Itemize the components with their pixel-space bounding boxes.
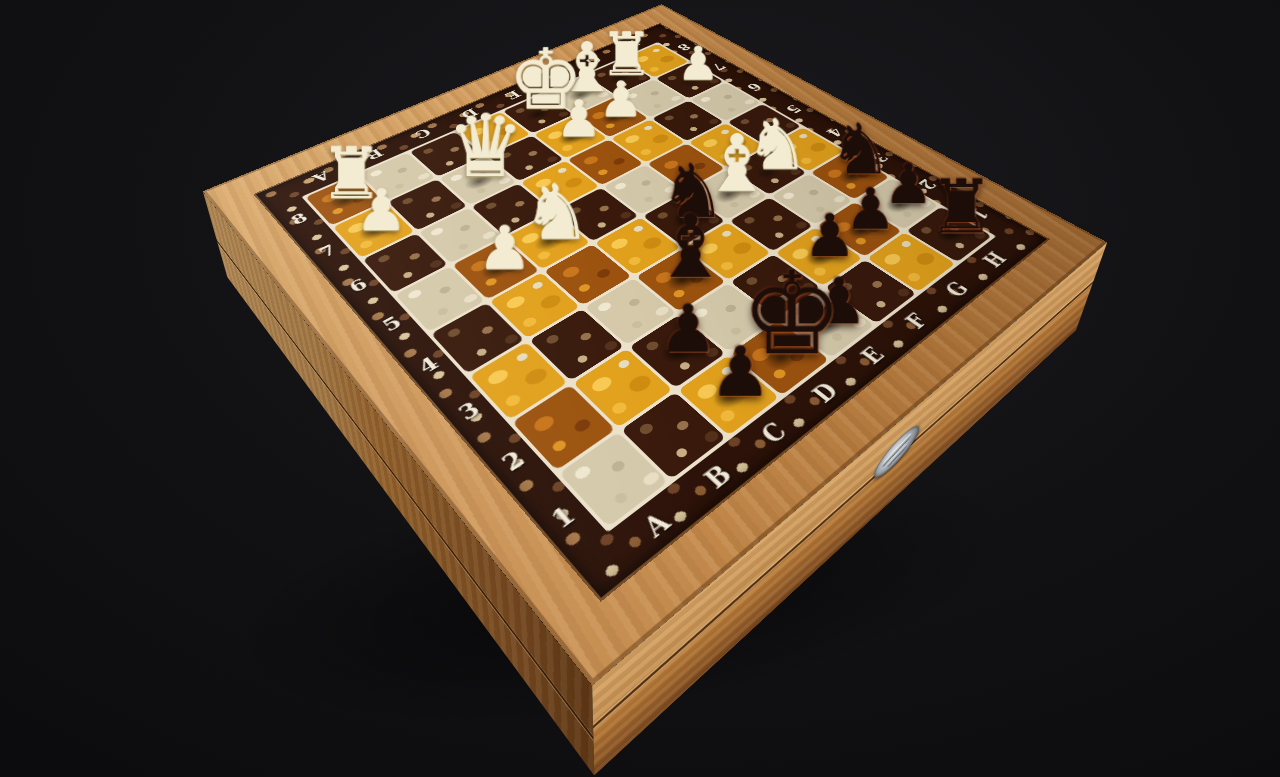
- wooden-chess-box: ABCDEFGH ABCDEFGH 87654321 87654321 ♜♚♝♜…: [203, 4, 1107, 685]
- white-pawn-b5[interactable]: ♟: [477, 220, 531, 275]
- amber-mosaic-border: ABCDEFGH ABCDEFGH 87654321 87654321 ♜♚♝♜…: [256, 24, 1047, 598]
- white-pawn-f7[interactable]: ♟: [598, 77, 642, 122]
- white-knight-c5[interactable]: ♞: [522, 176, 591, 247]
- photo-stage: ABCDEFGH ABCDEFGH 87654321 87654321 ♜♚♝♜…: [0, 0, 1280, 777]
- white-pawn-e7[interactable]: ♟: [555, 96, 600, 143]
- black-pawn-c1[interactable]: ♟: [710, 340, 772, 404]
- black-rook-h1[interactable]: ♜: [928, 172, 995, 240]
- chess-box-scene: ABCDEFGH ABCDEFGH 87654321 87654321 ♜♚♝♜…: [0, 0, 1280, 777]
- box-top-face: ABCDEFGH ABCDEFGH 87654321 87654321 ♜♚♝♜…: [203, 4, 1107, 685]
- black-bishop-d3[interactable]: ♝: [652, 207, 730, 287]
- white-pawn-a7[interactable]: ♟: [355, 184, 407, 237]
